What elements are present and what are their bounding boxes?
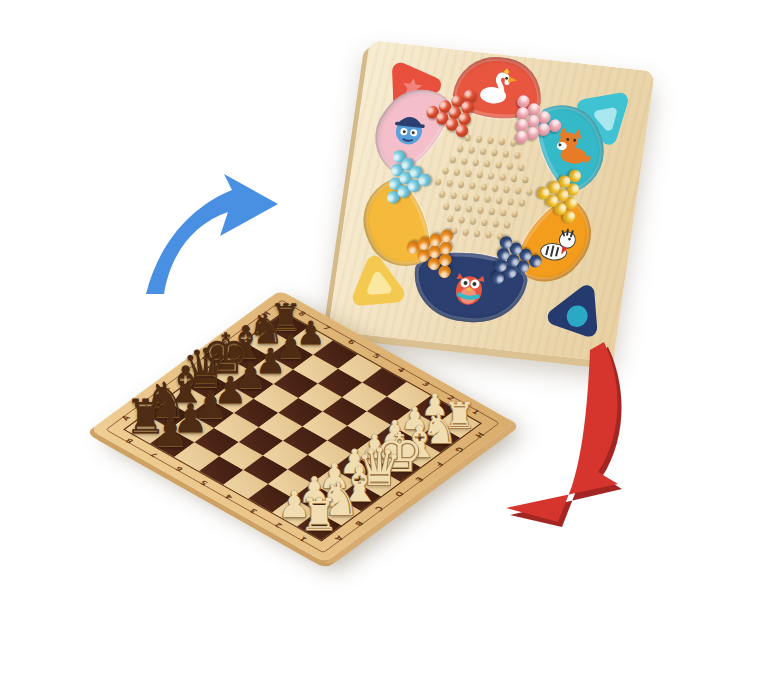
chess-piece-white-rook-a1[interactable]: ♜ bbox=[299, 493, 339, 537]
flip-arrow-down-icon bbox=[498, 338, 638, 528]
chess-pieces-layer: ♜♞♝♛♚♝♞♜♟♟♟♟♟♟♟♟♟♟♟♟♟♟♟♟♜♞♝♛♚♝♞♜ bbox=[0, 0, 768, 684]
chess-piece-black-pawn-a7[interactable]: ♟ bbox=[152, 413, 189, 454]
product-photo: 1122334455667788AABBCCDDEEFFGGHH ♜♞♝♛♚♝♞… bbox=[0, 0, 768, 684]
flip-arrow-up-icon bbox=[138, 152, 283, 297]
